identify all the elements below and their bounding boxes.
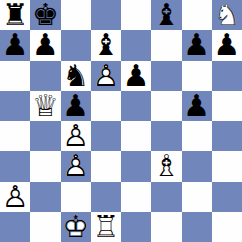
square-a2[interactable]: ♟♙ [0,182,30,212]
square-e6[interactable]: ♟ [121,61,151,91]
square-d7[interactable]: ♝ [91,30,121,60]
square-d4[interactable] [91,121,121,151]
square-d5[interactable] [91,91,121,121]
square-e3[interactable] [121,151,151,181]
square-a6[interactable] [0,61,30,91]
square-d2[interactable] [91,182,121,212]
square-e1[interactable] [121,212,151,242]
square-b7[interactable]: ♟ [30,30,60,60]
square-c5[interactable]: ♟ [61,91,91,121]
square-d6[interactable]: ♟♙ [91,61,121,91]
white-rook-outline: ♖ [92,212,119,242]
piece-black-pawn[interactable]: ♟ [213,30,240,60]
square-a1[interactable] [0,212,30,242]
square-b1[interactable] [30,212,60,242]
piece-black-king[interactable]: ♚ [32,0,59,30]
piece-black-knight[interactable]: ♞ [62,61,89,91]
square-b6[interactable] [30,61,60,91]
square-g7[interactable]: ♟ [182,30,212,60]
piece-black-pawn[interactable]: ♟ [183,30,210,60]
square-e7[interactable] [121,30,151,60]
white-queen-outline: ♕ [32,91,59,121]
square-b2[interactable] [30,182,60,212]
square-a3[interactable] [0,151,30,181]
square-h4[interactable] [212,121,242,151]
square-a7[interactable]: ♟ [0,30,30,60]
square-c6[interactable]: ♞ [61,61,91,91]
white-pawn-outline: ♙ [62,151,89,181]
square-g8[interactable] [182,0,212,30]
square-f6[interactable] [151,61,181,91]
square-b8[interactable]: ♚ [30,0,60,30]
piece-black-rook[interactable]: ♜ [2,0,29,30]
square-f2[interactable] [151,182,181,212]
piece-white-pawn[interactable]: ♟♙ [62,151,89,181]
piece-white-pawn[interactable]: ♟♙ [2,182,29,212]
square-b3[interactable] [30,151,60,181]
piece-black-pawn[interactable]: ♟ [183,91,210,121]
piece-white-king[interactable]: ♚♔ [62,212,89,242]
white-knight-outline: ♘ [213,0,240,30]
square-h1[interactable] [212,212,242,242]
square-c8[interactable] [61,0,91,30]
square-f8[interactable]: ♝ [151,0,181,30]
white-pawn-outline: ♙ [92,61,119,91]
square-a4[interactable] [0,121,30,151]
square-h5[interactable] [212,91,242,121]
piece-black-bishop[interactable]: ♝ [153,0,180,30]
white-pawn-outline: ♙ [62,121,89,151]
piece-black-pawn[interactable]: ♟ [123,61,150,91]
square-h7[interactable]: ♟ [212,30,242,60]
square-c2[interactable] [61,182,91,212]
square-c3[interactable]: ♟♙ [61,151,91,181]
square-d3[interactable] [91,151,121,181]
chess-board: ♜♚♝♞♘♟♟♝♟♟♞♟♙♟♛♕♟♟♟♙♟♙♝♗♟♙♚♔♜♖ [0,0,242,242]
square-g2[interactable] [182,182,212,212]
square-a8[interactable]: ♜ [0,0,30,30]
square-c7[interactable] [61,30,91,60]
square-f1[interactable] [151,212,181,242]
piece-white-pawn[interactable]: ♟♙ [62,121,89,151]
square-h2[interactable] [212,182,242,212]
white-king-outline: ♔ [62,212,89,242]
square-c4[interactable]: ♟♙ [61,121,91,151]
square-h8[interactable]: ♞♘ [212,0,242,30]
square-e4[interactable] [121,121,151,151]
square-g3[interactable] [182,151,212,181]
square-f5[interactable] [151,91,181,121]
piece-white-pawn[interactable]: ♟♙ [92,61,119,91]
piece-white-knight[interactable]: ♞♘ [213,0,240,30]
square-b4[interactable] [30,121,60,151]
square-d1[interactable]: ♜♖ [91,212,121,242]
square-e8[interactable] [121,0,151,30]
square-d8[interactable] [91,0,121,30]
square-f4[interactable] [151,121,181,151]
piece-white-rook[interactable]: ♜♖ [92,212,119,242]
square-e2[interactable] [121,182,151,212]
piece-black-pawn[interactable]: ♟ [32,30,59,60]
piece-black-bishop[interactable]: ♝ [92,30,119,60]
white-pawn-outline: ♙ [2,182,29,212]
square-g6[interactable] [182,61,212,91]
piece-black-pawn[interactable]: ♟ [62,91,89,121]
white-bishop-outline: ♗ [153,151,180,181]
square-g5[interactable]: ♟ [182,91,212,121]
square-f7[interactable] [151,30,181,60]
square-g1[interactable] [182,212,212,242]
square-b5[interactable]: ♛♕ [30,91,60,121]
square-e5[interactable] [121,91,151,121]
square-f3[interactable]: ♝♗ [151,151,181,181]
square-a5[interactable] [0,91,30,121]
square-h6[interactable] [212,61,242,91]
piece-black-pawn[interactable]: ♟ [2,30,29,60]
square-c1[interactable]: ♚♔ [61,212,91,242]
piece-white-queen[interactable]: ♛♕ [32,91,59,121]
square-g4[interactable] [182,121,212,151]
square-h3[interactable] [212,151,242,181]
piece-white-bishop[interactable]: ♝♗ [153,151,180,181]
